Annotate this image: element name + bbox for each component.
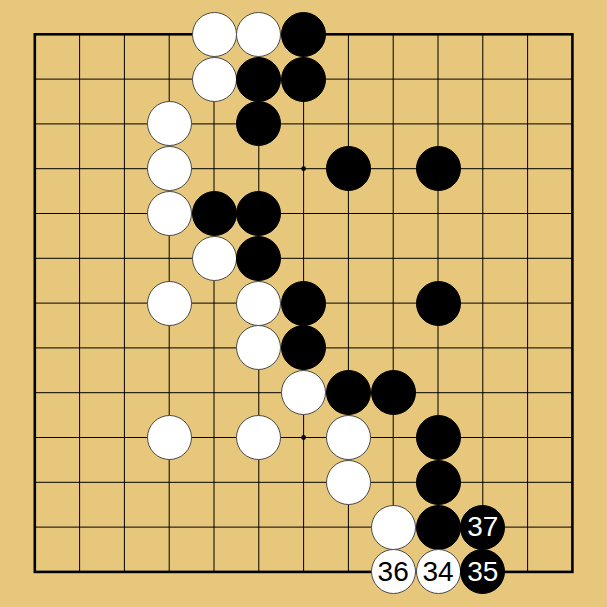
stone-black[interactable] bbox=[416, 146, 461, 191]
stone-black[interactable] bbox=[416, 505, 461, 550]
stone-black[interactable] bbox=[416, 415, 461, 460]
stone-white[interactable] bbox=[281, 370, 326, 415]
stone-black[interactable] bbox=[416, 281, 461, 326]
move-number: 36 bbox=[378, 558, 409, 586]
move-number: 37 bbox=[467, 513, 498, 541]
stone-white[interactable] bbox=[192, 12, 237, 57]
stone-white[interactable] bbox=[326, 415, 371, 460]
go-board[interactable]: 37363435 bbox=[0, 0, 607, 607]
stone-black[interactable] bbox=[236, 57, 281, 102]
stone-black[interactable] bbox=[371, 370, 416, 415]
stone-black-move-37[interactable]: 37 bbox=[460, 505, 505, 550]
stone-white[interactable] bbox=[147, 415, 192, 460]
stone-black[interactable] bbox=[281, 57, 326, 102]
stone-white[interactable] bbox=[147, 281, 192, 326]
stone-white[interactable] bbox=[147, 191, 192, 236]
stone-white[interactable] bbox=[371, 505, 416, 550]
stone-black[interactable] bbox=[281, 281, 326, 326]
stone-black[interactable] bbox=[281, 12, 326, 57]
stone-white[interactable] bbox=[236, 415, 281, 460]
stone-black[interactable] bbox=[416, 460, 461, 505]
stone-black[interactable] bbox=[236, 101, 281, 146]
stone-black[interactable] bbox=[326, 370, 371, 415]
stone-white[interactable] bbox=[236, 325, 281, 370]
stone-black[interactable] bbox=[281, 325, 326, 370]
stone-white[interactable] bbox=[326, 460, 371, 505]
move-number: 34 bbox=[422, 558, 453, 586]
stone-white-move-34[interactable]: 34 bbox=[416, 549, 461, 594]
stone-white[interactable] bbox=[192, 57, 237, 102]
move-number: 35 bbox=[467, 558, 498, 586]
stone-black[interactable] bbox=[192, 191, 237, 236]
stone-white-move-36[interactable]: 36 bbox=[371, 549, 416, 594]
stone-white[interactable] bbox=[236, 281, 281, 326]
stone-black[interactable] bbox=[326, 146, 371, 191]
stone-white[interactable] bbox=[147, 146, 192, 191]
stone-black[interactable] bbox=[236, 191, 281, 236]
stone-white[interactable] bbox=[192, 236, 237, 281]
stone-black[interactable] bbox=[236, 236, 281, 281]
stone-black-move-35[interactable]: 35 bbox=[460, 549, 505, 594]
stones-layer: 37363435 bbox=[0, 0, 607, 607]
stone-white[interactable] bbox=[236, 12, 281, 57]
stone-white[interactable] bbox=[147, 101, 192, 146]
